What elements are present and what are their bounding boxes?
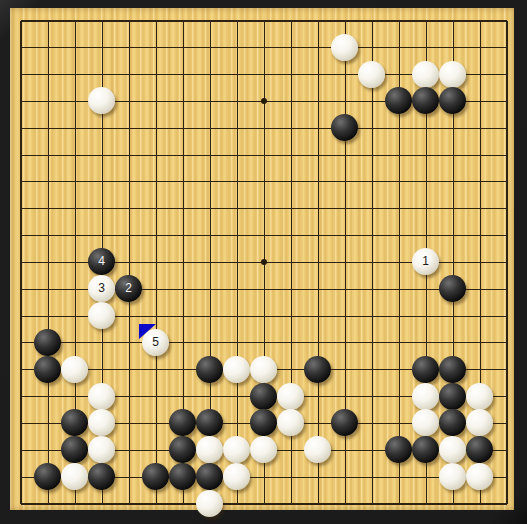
stone-black[interactable] xyxy=(439,275,466,302)
stone-black[interactable] xyxy=(34,329,61,356)
stone-white[interactable] xyxy=(412,383,439,410)
stone-white[interactable] xyxy=(304,436,331,463)
stone-white[interactable] xyxy=(439,463,466,490)
stone-black[interactable] xyxy=(331,409,358,436)
stone-white[interactable] xyxy=(277,409,304,436)
stone-white[interactable]: 1 xyxy=(412,248,439,275)
stone-black[interactable] xyxy=(250,383,277,410)
stone-black[interactable] xyxy=(412,356,439,383)
stone-white[interactable]: 5 xyxy=(142,329,169,356)
stone-black[interactable] xyxy=(412,87,439,114)
move-number-label: 4 xyxy=(88,248,115,275)
stone-white[interactable]: 3 xyxy=(88,275,115,302)
stone-black[interactable] xyxy=(331,114,358,141)
stone-black[interactable] xyxy=(169,463,196,490)
stone-black[interactable] xyxy=(439,356,466,383)
stone-white[interactable] xyxy=(250,436,277,463)
stone-black[interactable] xyxy=(196,463,223,490)
stone-white[interactable] xyxy=(466,409,493,436)
move-number-label: 5 xyxy=(142,329,169,356)
stone-black[interactable] xyxy=(439,409,466,436)
stone-white[interactable] xyxy=(88,409,115,436)
stone-black[interactable] xyxy=(196,409,223,436)
stone-white[interactable] xyxy=(439,61,466,88)
go-board-screenshot: 41325 xyxy=(0,0,527,524)
stone-white[interactable] xyxy=(466,383,493,410)
stone-white[interactable] xyxy=(466,463,493,490)
stone-black[interactable]: 2 xyxy=(115,275,142,302)
stone-black[interactable] xyxy=(385,436,412,463)
stone-white[interactable] xyxy=(196,436,223,463)
stone-black[interactable] xyxy=(196,356,223,383)
stone-black[interactable] xyxy=(304,356,331,383)
stone-black[interactable] xyxy=(385,87,412,114)
stone-white[interactable] xyxy=(331,34,358,61)
stone-black[interactable] xyxy=(466,436,493,463)
stone-white[interactable] xyxy=(223,356,250,383)
go-board[interactable]: 41325 xyxy=(10,8,514,510)
stone-white[interactable] xyxy=(358,61,385,88)
stone-black[interactable] xyxy=(169,436,196,463)
stone-black[interactable] xyxy=(169,409,196,436)
grid-line-vertical xyxy=(318,21,319,504)
stone-white[interactable] xyxy=(88,383,115,410)
stone-white[interactable] xyxy=(61,463,88,490)
stone-white[interactable] xyxy=(439,436,466,463)
stone-black[interactable] xyxy=(412,436,439,463)
stone-black[interactable] xyxy=(61,409,88,436)
move-number-label: 3 xyxy=(88,275,115,302)
star-point xyxy=(261,98,267,104)
stone-black[interactable] xyxy=(34,356,61,383)
grid-line-vertical xyxy=(506,21,508,504)
stone-black[interactable] xyxy=(61,436,88,463)
stone-black[interactable] xyxy=(88,463,115,490)
grid-line-horizontal xyxy=(21,342,507,343)
stone-white[interactable] xyxy=(412,61,439,88)
stone-white[interactable] xyxy=(88,87,115,114)
stone-white[interactable] xyxy=(250,356,277,383)
star-point xyxy=(261,259,267,265)
stone-white[interactable] xyxy=(223,436,250,463)
move-number-label: 1 xyxy=(412,248,439,275)
stone-white[interactable] xyxy=(223,463,250,490)
stone-black[interactable] xyxy=(439,383,466,410)
grid-line-vertical xyxy=(372,21,373,504)
stone-black[interactable]: 4 xyxy=(88,248,115,275)
stone-white[interactable] xyxy=(412,409,439,436)
stone-white[interactable] xyxy=(277,383,304,410)
stone-black[interactable] xyxy=(34,463,61,490)
grid-line-horizontal xyxy=(21,503,507,505)
move-number-label: 2 xyxy=(115,275,142,302)
stone-white[interactable] xyxy=(88,302,115,329)
stone-black[interactable] xyxy=(142,463,169,490)
stone-white[interactable] xyxy=(88,436,115,463)
stone-white[interactable] xyxy=(196,490,223,517)
stone-black[interactable] xyxy=(439,87,466,114)
stone-white[interactable] xyxy=(61,356,88,383)
stone-black[interactable] xyxy=(250,409,277,436)
